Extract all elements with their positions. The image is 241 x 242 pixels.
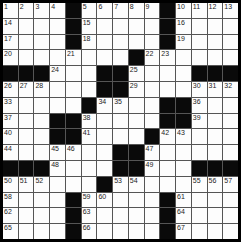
white-cell[interactable]: 7: [113, 3, 128, 18]
white-cell[interactable]: [50, 19, 65, 34]
white-cell[interactable]: 4: [50, 3, 65, 18]
white-cell[interactable]: [19, 208, 34, 223]
white-cell[interactable]: [208, 193, 223, 208]
white-cell[interactable]: [50, 224, 65, 239]
clue-number: 10: [177, 3, 185, 11]
black-cell: [223, 161, 238, 176]
white-cell[interactable]: 18: [82, 35, 97, 50]
white-cell[interactable]: 52: [34, 177, 49, 192]
white-cell[interactable]: [34, 129, 49, 144]
black-cell: [19, 161, 34, 176]
white-cell[interactable]: [34, 224, 49, 239]
black-cell: [66, 3, 81, 18]
clue-number: 13: [224, 3, 232, 11]
white-cell[interactable]: [97, 145, 112, 160]
clue-number: 60: [98, 193, 106, 201]
white-cell[interactable]: [129, 35, 144, 50]
clue-number: 7: [114, 3, 118, 11]
white-cell[interactable]: [19, 19, 34, 34]
clue-number: 25: [130, 66, 138, 74]
black-cell: [160, 3, 175, 18]
white-cell[interactable]: [50, 208, 65, 223]
white-cell[interactable]: [97, 161, 112, 176]
white-cell[interactable]: [208, 129, 223, 144]
white-cell[interactable]: 54: [129, 177, 144, 192]
white-cell[interactable]: [223, 35, 238, 50]
white-cell[interactable]: 5: [82, 3, 97, 18]
clue-number: 15: [83, 19, 91, 27]
black-cell: [113, 66, 128, 81]
white-cell[interactable]: [160, 145, 175, 160]
white-cell[interactable]: [129, 129, 144, 144]
white-cell[interactable]: [192, 145, 207, 160]
black-cell: [160, 193, 175, 208]
white-cell[interactable]: 61: [176, 193, 191, 208]
white-cell[interactable]: 62: [3, 208, 18, 223]
white-cell[interactable]: [223, 50, 238, 65]
clue-number: 62: [4, 208, 12, 216]
black-cell: [50, 129, 65, 144]
white-cell[interactable]: [223, 145, 238, 160]
white-cell[interactable]: 21: [66, 50, 81, 65]
clue-number: 3: [35, 3, 39, 11]
white-cell[interactable]: [34, 50, 49, 65]
white-cell[interactable]: 19: [176, 35, 191, 50]
white-cell[interactable]: 40: [3, 129, 18, 144]
clue-number: 36: [193, 98, 201, 106]
white-cell[interactable]: 37: [3, 114, 18, 129]
white-cell[interactable]: [223, 208, 238, 223]
black-cell: [160, 19, 175, 34]
white-cell[interactable]: [50, 193, 65, 208]
white-cell[interactable]: 9: [145, 3, 160, 18]
white-cell[interactable]: 45: [50, 145, 65, 160]
black-cell: [97, 66, 112, 81]
black-cell: [66, 129, 81, 144]
clue-number: 19: [177, 35, 185, 43]
white-cell[interactable]: [145, 224, 160, 239]
white-cell[interactable]: [113, 50, 128, 65]
clue-number: 33: [4, 98, 12, 106]
clue-number: 53: [114, 177, 122, 185]
clue-number: 35: [114, 98, 122, 106]
white-cell[interactable]: [19, 35, 34, 50]
white-cell[interactable]: [82, 177, 97, 192]
white-cell[interactable]: 48: [50, 161, 65, 176]
black-cell: [145, 129, 160, 144]
black-cell: [129, 161, 144, 176]
white-cell[interactable]: 25: [129, 66, 144, 81]
clue-number: 18: [83, 35, 91, 43]
white-cell[interactable]: 49: [145, 161, 160, 176]
white-cell[interactable]: [113, 129, 128, 144]
clue-number: 54: [130, 177, 138, 185]
white-cell[interactable]: [192, 50, 207, 65]
white-cell[interactable]: 31: [208, 82, 223, 97]
white-cell[interactable]: [208, 35, 223, 50]
white-cell[interactable]: 6: [97, 3, 112, 18]
white-cell[interactable]: 34: [97, 98, 112, 113]
black-cell: [113, 82, 128, 97]
clue-number: 64: [177, 208, 185, 216]
white-cell[interactable]: 2: [19, 3, 34, 18]
white-cell[interactable]: 66: [82, 224, 97, 239]
clue-number: 11: [193, 3, 200, 11]
white-cell[interactable]: [223, 114, 238, 129]
clue-number: 14: [4, 19, 12, 27]
clue-number: 32: [224, 82, 232, 90]
clue-number: 24: [51, 66, 59, 74]
white-cell[interactable]: [97, 35, 112, 50]
white-cell[interactable]: [208, 208, 223, 223]
clue-number: 43: [177, 129, 185, 137]
white-cell[interactable]: 42: [160, 129, 175, 144]
white-cell[interactable]: [176, 145, 191, 160]
black-cell: [160, 208, 175, 223]
black-cell: [66, 208, 81, 223]
white-cell[interactable]: [208, 145, 223, 160]
white-cell[interactable]: [160, 66, 175, 81]
white-cell[interactable]: [223, 19, 238, 34]
white-cell[interactable]: 56: [208, 177, 223, 192]
white-cell[interactable]: [208, 114, 223, 129]
clue-number: 46: [67, 145, 75, 153]
white-cell[interactable]: [19, 193, 34, 208]
white-cell[interactable]: [34, 208, 49, 223]
white-cell[interactable]: [50, 50, 65, 65]
white-cell[interactable]: 44: [3, 145, 18, 160]
white-cell[interactable]: 67: [176, 224, 191, 239]
white-cell[interactable]: 32: [223, 82, 238, 97]
black-cell: [160, 224, 175, 239]
clue-number: 44: [4, 145, 12, 153]
clue-number: 22: [146, 50, 154, 58]
black-cell: [34, 66, 49, 81]
white-cell[interactable]: [66, 66, 81, 81]
clue-number: 66: [83, 224, 91, 232]
clue-number: 4: [51, 3, 55, 11]
white-cell[interactable]: [34, 98, 49, 113]
white-cell[interactable]: 30: [192, 82, 207, 97]
black-cell: [176, 98, 191, 113]
white-cell[interactable]: 13: [223, 3, 238, 18]
white-cell[interactable]: [208, 19, 223, 34]
white-cell[interactable]: [176, 66, 191, 81]
white-cell[interactable]: 8: [129, 3, 144, 18]
clue-number: 37: [4, 114, 12, 122]
black-cell: [160, 114, 175, 129]
white-cell[interactable]: 20: [3, 50, 18, 65]
white-cell[interactable]: 1: [3, 3, 18, 18]
white-cell[interactable]: 16: [176, 19, 191, 34]
clue-number: 41: [83, 129, 91, 137]
white-cell[interactable]: 38: [82, 114, 97, 129]
clue-number: 26: [4, 82, 12, 90]
white-cell[interactable]: [192, 193, 207, 208]
white-cell[interactable]: 28: [34, 82, 49, 97]
white-cell[interactable]: [19, 50, 34, 65]
clue-number: 47: [146, 145, 154, 153]
white-cell[interactable]: [208, 224, 223, 239]
white-cell[interactable]: 17: [3, 35, 18, 50]
black-cell: [19, 66, 34, 81]
white-cell[interactable]: [113, 19, 128, 34]
white-cell[interactable]: [145, 35, 160, 50]
white-cell[interactable]: 10: [176, 3, 191, 18]
white-cell[interactable]: [145, 19, 160, 34]
white-cell[interactable]: [145, 82, 160, 97]
white-cell[interactable]: [223, 98, 238, 113]
white-cell[interactable]: [97, 19, 112, 34]
white-cell[interactable]: [192, 19, 207, 34]
white-cell[interactable]: [66, 161, 81, 176]
black-cell: [66, 35, 81, 50]
black-cell: [66, 19, 81, 34]
white-cell[interactable]: 33: [3, 98, 18, 113]
white-cell[interactable]: [113, 224, 128, 239]
clue-number: 5: [83, 3, 87, 11]
white-cell[interactable]: [129, 114, 144, 129]
black-cell: [82, 98, 97, 113]
white-cell[interactable]: [160, 161, 175, 176]
white-cell[interactable]: [113, 114, 128, 129]
white-cell[interactable]: [34, 193, 49, 208]
clue-number: 1: [4, 3, 8, 11]
clue-number: 6: [98, 3, 102, 11]
black-cell: [208, 161, 223, 176]
white-cell[interactable]: [192, 208, 207, 223]
clue-number: 31: [209, 82, 217, 90]
white-cell[interactable]: 65: [3, 224, 18, 239]
black-cell: [208, 66, 223, 81]
clue-number: 61: [177, 193, 185, 201]
white-cell[interactable]: 51: [19, 177, 34, 192]
clue-number: 2: [20, 3, 24, 11]
white-cell[interactable]: [113, 193, 128, 208]
black-cell: [192, 161, 207, 176]
white-cell[interactable]: [66, 82, 81, 97]
clue-number: 50: [4, 177, 12, 185]
white-cell[interactable]: [160, 177, 175, 192]
white-cell[interactable]: 43: [176, 129, 191, 144]
clue-number: 51: [20, 177, 28, 185]
white-cell[interactable]: [145, 114, 160, 129]
clue-number: 16: [177, 19, 185, 27]
white-cell[interactable]: [145, 193, 160, 208]
white-cell[interactable]: [176, 177, 191, 192]
clue-number: 34: [98, 98, 106, 106]
black-cell: [113, 145, 128, 160]
white-cell[interactable]: [160, 82, 175, 97]
white-cell[interactable]: 63: [82, 208, 97, 223]
white-cell[interactable]: [97, 114, 112, 129]
white-cell[interactable]: [145, 177, 160, 192]
white-cell[interactable]: 55: [192, 177, 207, 192]
clue-number: 67: [177, 224, 185, 232]
white-cell[interactable]: [113, 35, 128, 50]
clue-number: 27: [20, 82, 28, 90]
white-cell[interactable]: [19, 98, 34, 113]
clue-number: 8: [130, 3, 134, 11]
white-cell[interactable]: [97, 129, 112, 144]
crossword-board: 1234567891011121314151617181920212223242…: [0, 0, 241, 242]
white-cell[interactable]: [82, 66, 97, 81]
white-cell[interactable]: [34, 35, 49, 50]
white-cell[interactable]: 15: [82, 19, 97, 34]
clue-number: 38: [83, 114, 91, 122]
white-cell[interactable]: [97, 50, 112, 65]
clue-number: 63: [83, 208, 91, 216]
white-cell[interactable]: [208, 98, 223, 113]
white-cell[interactable]: [176, 50, 191, 65]
white-cell[interactable]: [129, 193, 144, 208]
white-cell[interactable]: [50, 177, 65, 192]
white-cell[interactable]: 46: [66, 145, 81, 160]
black-cell: [34, 161, 49, 176]
white-cell[interactable]: 57: [223, 177, 238, 192]
white-cell[interactable]: [223, 129, 238, 144]
clue-number: 48: [51, 161, 59, 169]
white-cell[interactable]: [192, 35, 207, 50]
white-cell[interactable]: 23: [160, 50, 175, 65]
clue-number: 20: [4, 50, 12, 58]
clue-number: 9: [146, 3, 150, 11]
white-cell[interactable]: [129, 224, 144, 239]
white-cell[interactable]: [113, 208, 128, 223]
white-cell[interactable]: [192, 129, 207, 144]
white-cell[interactable]: [176, 161, 191, 176]
black-cell: [129, 50, 144, 65]
clue-number: 52: [35, 177, 43, 185]
white-cell[interactable]: [66, 177, 81, 192]
clue-number: 40: [4, 129, 12, 137]
white-cell[interactable]: 14: [3, 19, 18, 34]
white-cell[interactable]: [192, 224, 207, 239]
white-cell[interactable]: 41: [82, 129, 97, 144]
white-cell[interactable]: [66, 98, 81, 113]
white-cell[interactable]: 12: [208, 3, 223, 18]
white-cell[interactable]: 26: [3, 82, 18, 97]
clue-number: 58: [4, 193, 12, 201]
white-cell[interactable]: [34, 145, 49, 160]
black-cell: [192, 66, 207, 81]
clue-number: 21: [67, 50, 75, 58]
white-cell[interactable]: 60: [97, 193, 112, 208]
white-cell[interactable]: 36: [192, 98, 207, 113]
white-cell[interactable]: [50, 98, 65, 113]
black-cell: [66, 114, 81, 129]
clue-number: 65: [4, 224, 12, 232]
white-cell[interactable]: [19, 145, 34, 160]
black-cell: [3, 161, 18, 176]
black-cell: [97, 177, 112, 192]
white-cell[interactable]: [82, 50, 97, 65]
white-cell[interactable]: 47: [145, 145, 160, 160]
white-cell[interactable]: [19, 129, 34, 144]
clue-number: 12: [209, 3, 217, 11]
white-cell[interactable]: [145, 208, 160, 223]
white-cell[interactable]: 64: [176, 208, 191, 223]
white-cell[interactable]: 39: [192, 114, 207, 129]
white-cell[interactable]: 29: [129, 82, 144, 97]
white-cell[interactable]: [223, 224, 238, 239]
clue-number: 45: [51, 145, 59, 153]
white-cell[interactable]: [19, 224, 34, 239]
white-cell[interactable]: [82, 161, 97, 176]
white-cell[interactable]: [82, 145, 97, 160]
white-cell[interactable]: 53: [113, 177, 128, 192]
white-cell[interactable]: 50: [3, 177, 18, 192]
clue-number: 56: [209, 177, 217, 185]
white-cell[interactable]: 35: [113, 98, 128, 113]
white-cell[interactable]: [129, 19, 144, 34]
white-cell[interactable]: [97, 208, 112, 223]
white-cell[interactable]: [208, 50, 223, 65]
white-cell[interactable]: 58: [3, 193, 18, 208]
white-cell[interactable]: [129, 98, 144, 113]
white-cell[interactable]: [223, 193, 238, 208]
black-cell: [160, 98, 175, 113]
white-cell[interactable]: [145, 98, 160, 113]
black-cell: [160, 35, 175, 50]
clue-number: 17: [4, 35, 12, 43]
clue-number: 39: [193, 114, 201, 122]
white-cell[interactable]: [129, 208, 144, 223]
white-cell[interactable]: 24: [50, 66, 65, 81]
clue-number: 23: [161, 50, 169, 58]
white-cell[interactable]: 22: [145, 50, 160, 65]
black-cell: [50, 114, 65, 129]
white-cell[interactable]: [50, 82, 65, 97]
clue-number: 57: [224, 177, 232, 185]
white-cell[interactable]: 27: [19, 82, 34, 97]
clue-number: 30: [193, 82, 201, 90]
black-cell: [113, 161, 128, 176]
white-cell[interactable]: 59: [82, 193, 97, 208]
white-cell[interactable]: [145, 66, 160, 81]
black-cell: [97, 82, 112, 97]
black-cell: [223, 66, 238, 81]
white-cell[interactable]: [34, 19, 49, 34]
black-cell: [66, 224, 81, 239]
clue-number: 49: [146, 161, 154, 169]
black-cell: [3, 66, 18, 81]
white-cell[interactable]: 11: [192, 3, 207, 18]
black-cell: [176, 114, 191, 129]
white-cell[interactable]: [97, 224, 112, 239]
clue-number: 42: [161, 129, 169, 137]
black-cell: [129, 145, 144, 160]
clue-number: 29: [130, 82, 138, 90]
white-cell[interactable]: [50, 35, 65, 50]
white-cell[interactable]: [176, 82, 191, 97]
clue-number: 28: [35, 82, 43, 90]
black-cell: [66, 193, 81, 208]
white-cell[interactable]: [34, 114, 49, 129]
clue-number: 59: [83, 193, 91, 201]
clue-number: 55: [193, 177, 201, 185]
white-cell[interactable]: [19, 114, 34, 129]
white-cell[interactable]: 3: [34, 3, 49, 18]
white-cell[interactable]: [82, 82, 97, 97]
